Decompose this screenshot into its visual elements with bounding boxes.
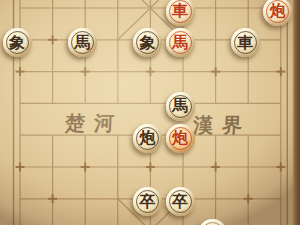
piece-character: 車 bbox=[172, 3, 188, 19]
piece-black-elephant[interactable]: 象 bbox=[3, 28, 32, 57]
piece-character: 炮 bbox=[270, 3, 286, 19]
piece-red-cannon[interactable]: 炮 bbox=[166, 124, 195, 153]
piece-character: 炮 bbox=[172, 130, 188, 146]
piece-character: 卒 bbox=[172, 194, 188, 210]
piece-character: 馬 bbox=[172, 35, 188, 51]
piece-character: 象 bbox=[139, 35, 155, 51]
pieces-layer: 車炮象馬象馬車馬炮炮卒卒 bbox=[0, 0, 300, 225]
piece-red-chariot[interactable]: 車 bbox=[166, 0, 195, 26]
piece-black-soldier[interactable]: 卒 bbox=[166, 187, 195, 216]
piece-character: 馬 bbox=[172, 98, 188, 114]
piece-black-elephant[interactable]: 象 bbox=[133, 28, 162, 57]
piece-red-cannon[interactable]: 炮 bbox=[263, 0, 292, 26]
piece-black-cannon[interactable]: 炮 bbox=[133, 124, 162, 153]
piece-black-horse[interactable]: 馬 bbox=[166, 92, 195, 121]
piece-black-chariot[interactable]: 車 bbox=[231, 28, 260, 57]
piece-red-horse[interactable]: 馬 bbox=[166, 28, 195, 57]
piece-black-horse[interactable]: 馬 bbox=[68, 28, 97, 57]
piece-character: 車 bbox=[237, 35, 253, 51]
piece-character: 卒 bbox=[139, 194, 155, 210]
piece-engraved-ring bbox=[201, 222, 224, 225]
xiangqi-board[interactable]: 楚河 漢界 車炮象馬象馬車馬炮炮卒卒 bbox=[0, 0, 300, 225]
piece-character: 炮 bbox=[139, 130, 155, 146]
piece-black-soldier[interactable]: 卒 bbox=[133, 187, 162, 216]
piece-character: 象 bbox=[9, 35, 25, 51]
piece-unknown-piece-cut-off[interactable] bbox=[198, 219, 227, 225]
piece-character: 馬 bbox=[74, 35, 90, 51]
